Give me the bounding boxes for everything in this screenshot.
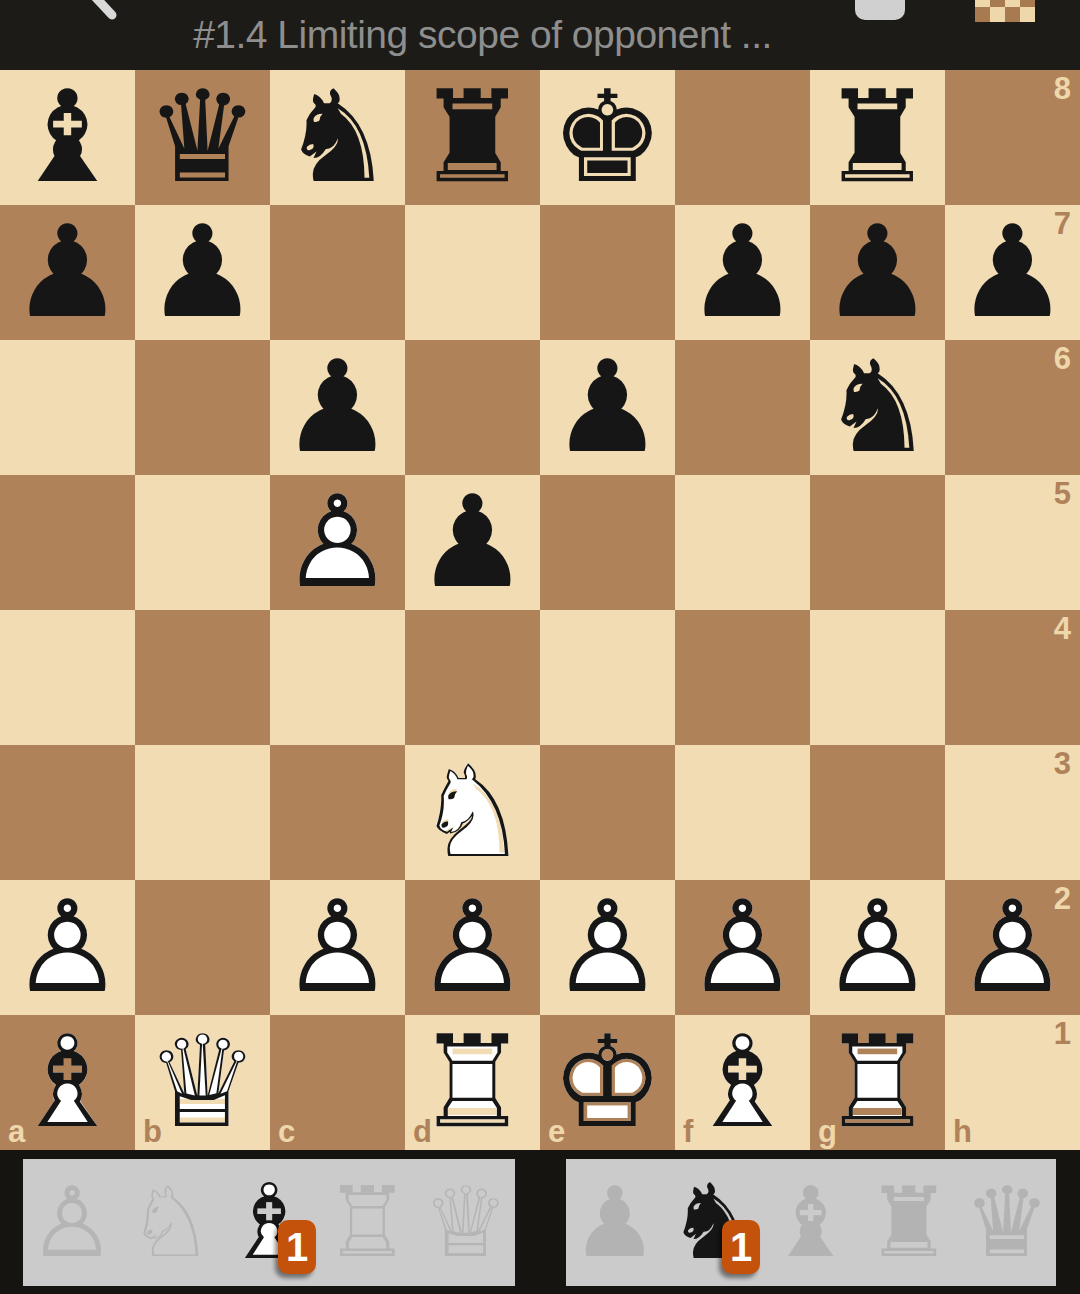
piece-glyph: ♜ (860, 1159, 958, 1286)
piece-outline: ♔ (540, 1015, 675, 1150)
square-f7[interactable]: ♟ (675, 205, 810, 340)
square-a4[interactable] (0, 610, 135, 745)
square-a8[interactable]: ♝ (0, 70, 135, 205)
square-e7[interactable] (540, 205, 675, 340)
piece-white-pawn[interactable]: ♟♙ (540, 880, 675, 1015)
piece-black-pawn[interactable]: ♟ (540, 340, 675, 475)
piece-outline: ♙ (675, 880, 810, 1015)
square-g2[interactable]: ♟♙ (810, 880, 945, 1015)
thumb-square (1020, 0, 1035, 7)
square-h7[interactable]: 7♟ (945, 205, 1080, 340)
piece-outline: ♙ (540, 880, 675, 1015)
square-f1[interactable]: f♝♗ (675, 1015, 810, 1150)
capture-count-badge: 1 (722, 1220, 760, 1274)
coord-file-h: h (953, 1116, 972, 1147)
square-b5[interactable] (135, 475, 270, 610)
square-d7[interactable] (405, 205, 540, 340)
square-d4[interactable] (405, 610, 540, 745)
square-g4[interactable] (810, 610, 945, 745)
thumb-square (975, 7, 990, 22)
square-g7[interactable]: ♟ (810, 205, 945, 340)
square-d6[interactable] (405, 340, 540, 475)
square-h6[interactable]: 6 (945, 340, 1080, 475)
square-d2[interactable]: ♟♙ (405, 880, 540, 1015)
panel-button[interactable] (855, 0, 905, 20)
piece-outline: ♙ (945, 880, 1080, 1015)
square-c1[interactable]: c (270, 1015, 405, 1150)
piece-white-pawn[interactable]: ♟♙ (675, 880, 810, 1015)
piece-white-pawn[interactable]: ♟♙ (270, 475, 405, 610)
captured-white-knight: ♘ (121, 1159, 219, 1286)
piece-outline: ♙ (270, 880, 405, 1015)
square-e2[interactable]: ♟♙ (540, 880, 675, 1015)
piece-white-bishop[interactable]: ♝♗ (675, 1015, 810, 1150)
square-e3[interactable] (540, 745, 675, 880)
square-f5[interactable] (675, 475, 810, 610)
captured-black-knight: ♞1 (664, 1159, 762, 1286)
piece-white-queen[interactable]: ♛♕ (135, 1015, 270, 1150)
board-thumbnail-icon[interactable] (975, 0, 1035, 22)
piece-glyph: ♛ (958, 1159, 1056, 1286)
piece-white-pawn[interactable]: ♟♙ (0, 880, 135, 1015)
coord-rank-6: 6 (1054, 343, 1071, 374)
piece-black-pawn[interactable]: ♟ (945, 205, 1080, 340)
square-g8[interactable]: ♜ (810, 70, 945, 205)
capture-count-badge: 1 (278, 1220, 316, 1274)
thumb-square (975, 0, 990, 7)
square-c7[interactable] (270, 205, 405, 340)
piece-black-pawn[interactable]: ♟ (810, 205, 945, 340)
piece-black-pawn[interactable]: ♟ (405, 475, 540, 610)
square-g6[interactable]: ♞ (810, 340, 945, 475)
piece-glyph: ♝ (762, 1159, 860, 1286)
square-a7[interactable]: ♟ (0, 205, 135, 340)
piece-black-pawn[interactable]: ♟ (135, 205, 270, 340)
coord-rank-3: 3 (1054, 748, 1071, 779)
square-b3[interactable] (135, 745, 270, 880)
square-f3[interactable] (675, 745, 810, 880)
square-h2[interactable]: 2♟♙ (945, 880, 1080, 1015)
captured-black-queen: ♛ (958, 1159, 1056, 1286)
square-a6[interactable] (0, 340, 135, 475)
thumb-square (1020, 7, 1035, 22)
piece-outline: ♙ (0, 880, 135, 1015)
coord-rank-1: 1 (1054, 1018, 1071, 1049)
piece-glyph: ♘ (121, 1159, 219, 1286)
page-title: #1.4 Limiting scope of opponent ... (110, 13, 855, 57)
square-e5[interactable] (540, 475, 675, 610)
square-b6[interactable] (135, 340, 270, 475)
square-h1[interactable]: 1h (945, 1015, 1080, 1150)
square-d3[interactable]: ♞♘ (405, 745, 540, 880)
piece-outline: ♙ (810, 880, 945, 1015)
square-a5[interactable] (0, 475, 135, 610)
piece-black-rook[interactable]: ♜ (405, 70, 540, 205)
square-e8[interactable]: ♚ (540, 70, 675, 205)
piece-white-bishop[interactable]: ♝♗ (0, 1015, 135, 1150)
square-a2[interactable]: ♟♙ (0, 880, 135, 1015)
piece-outline: ♙ (405, 880, 540, 1015)
thumb-square (1005, 7, 1020, 22)
coord-rank-8: 8 (1054, 73, 1071, 104)
square-a3[interactable] (0, 745, 135, 880)
piece-black-pawn[interactable]: ♟ (270, 340, 405, 475)
piece-outline: ♕ (135, 1015, 270, 1150)
captured-white-queen: ♕ (417, 1159, 515, 1286)
piece-white-pawn[interactable]: ♟♙ (270, 880, 405, 1015)
square-h3[interactable]: 3 (945, 745, 1080, 880)
square-c5[interactable]: ♟♙ (270, 475, 405, 610)
piece-outline: ♘ (405, 745, 540, 880)
piece-black-pawn[interactable]: ♟ (0, 205, 135, 340)
square-e1[interactable]: e♚♔ (540, 1015, 675, 1150)
square-g5[interactable] (810, 475, 945, 610)
square-e6[interactable]: ♟ (540, 340, 675, 475)
piece-white-pawn[interactable]: ♟♙ (945, 880, 1080, 1015)
square-b8[interactable]: ♛ (135, 70, 270, 205)
thumb-square (990, 0, 1005, 7)
piece-black-king[interactable]: ♚ (540, 70, 675, 205)
piece-white-pawn[interactable]: ♟♙ (405, 880, 540, 1015)
square-b4[interactable] (135, 610, 270, 745)
thumb-square (990, 7, 1005, 22)
captured-white-bishop: ♝♗1 (220, 1159, 318, 1286)
square-c3[interactable] (270, 745, 405, 880)
square-b2[interactable] (135, 880, 270, 1015)
piece-glyph: ♟ (566, 1159, 664, 1286)
square-f8[interactable] (675, 70, 810, 205)
chess-board[interactable]: ♝♛♞♜♚♜8♟♟♟♟7♟♟♟♞6♟♙♟54♞♘3♟♙♟♙♟♙♟♙♟♙♟♙2♟♙… (0, 70, 1080, 1150)
captured-black-bishop: ♝ (762, 1159, 860, 1286)
square-d8[interactable]: ♜ (405, 70, 540, 205)
piece-outline: ♗ (0, 1015, 135, 1150)
piece-white-rook[interactable]: ♜♖ (405, 1015, 540, 1150)
square-b1[interactable]: b♛♕ (135, 1015, 270, 1150)
captured-white-pawn: ♙ (23, 1159, 121, 1286)
square-c6[interactable]: ♟ (270, 340, 405, 475)
square-h8[interactable]: 8 (945, 70, 1080, 205)
piece-outline: ♖ (810, 1015, 945, 1150)
square-c8[interactable]: ♞ (270, 70, 405, 205)
square-h4[interactable]: 4 (945, 610, 1080, 745)
square-b7[interactable]: ♟ (135, 205, 270, 340)
coord-rank-4: 4 (1054, 613, 1071, 644)
piece-outline: ♖ (405, 1015, 540, 1150)
piece-black-knight[interactable]: ♞ (810, 340, 945, 475)
piece-glyph: ♕ (417, 1159, 515, 1286)
piece-black-queen[interactable]: ♛ (135, 70, 270, 205)
square-d1[interactable]: d♜♖ (405, 1015, 540, 1150)
square-f6[interactable] (675, 340, 810, 475)
square-g3[interactable] (810, 745, 945, 880)
square-f2[interactable]: ♟♙ (675, 880, 810, 1015)
square-g1[interactable]: g♜♖ (810, 1015, 945, 1150)
piece-white-king[interactable]: ♚♔ (540, 1015, 675, 1150)
thumb-square (1005, 0, 1020, 7)
square-f4[interactable] (675, 610, 810, 745)
piece-white-pawn[interactable]: ♟♙ (810, 880, 945, 1015)
piece-black-knight[interactable]: ♞ (270, 70, 405, 205)
square-c2[interactable]: ♟♙ (270, 880, 405, 1015)
piece-black-pawn[interactable]: ♟ (675, 205, 810, 340)
piece-white-rook[interactable]: ♜♖ (810, 1015, 945, 1150)
square-e4[interactable] (540, 610, 675, 745)
piece-white-knight[interactable]: ♞♘ (405, 745, 540, 880)
captured-white-rook: ♖ (318, 1159, 416, 1286)
piece-glyph: ♙ (23, 1159, 121, 1286)
captured-tray-black: ♟♞1♝♜♛ (566, 1159, 1056, 1286)
square-c4[interactable] (270, 610, 405, 745)
coord-file-c: c (278, 1116, 295, 1147)
square-a1[interactable]: a♝♗ (0, 1015, 135, 1150)
square-d5[interactable]: ♟ (405, 475, 540, 610)
top-bar: #1.4 Limiting scope of opponent ... (0, 0, 1080, 70)
square-h5[interactable]: 5 (945, 475, 1080, 610)
piece-black-rook[interactable]: ♜ (810, 70, 945, 205)
captured-black-pawn: ♟ (566, 1159, 664, 1286)
piece-outline: ♗ (675, 1015, 810, 1150)
captured-black-rook: ♜ (860, 1159, 958, 1286)
piece-glyph: ♖ (318, 1159, 416, 1286)
coord-rank-5: 5 (1054, 478, 1071, 509)
piece-black-bishop[interactable]: ♝ (0, 70, 135, 205)
piece-outline: ♙ (270, 475, 405, 610)
captured-tray-white: ♙♘♝♗1♖♕ (23, 1159, 515, 1286)
